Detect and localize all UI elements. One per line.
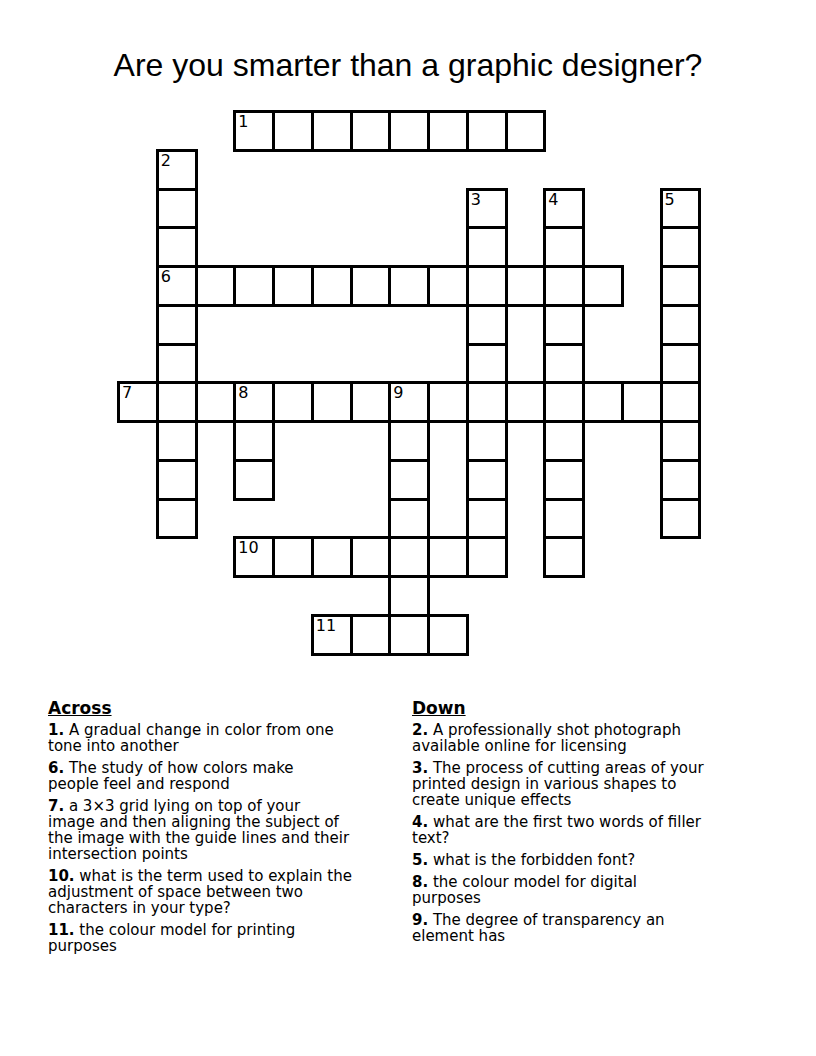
clue-across-10: 10. what is the term used to explain the… xyxy=(48,868,408,916)
cell-number: 1 xyxy=(238,113,248,130)
cell-number: 4 xyxy=(548,191,558,208)
clue-down-2: 2. A professionally shot photograph avai… xyxy=(412,722,770,754)
cell-r11c9[interactable] xyxy=(466,536,508,578)
cell-r4c9[interactable] xyxy=(466,265,508,307)
cell-r0c10[interactable] xyxy=(505,110,547,152)
cell-number: 11 xyxy=(316,617,336,634)
cell-r8c3[interactable] xyxy=(233,420,275,462)
clue-text: what are the first two words of filler t… xyxy=(412,813,701,847)
cell-r13c7[interactable] xyxy=(388,614,430,656)
down-heading: Down xyxy=(412,698,770,718)
cell-r9c1[interactable] xyxy=(156,459,198,501)
cell-r11c11[interactable] xyxy=(543,536,585,578)
clue-down-3: 3. The process of cutting areas of your … xyxy=(412,760,770,808)
cell-r9c3[interactable] xyxy=(233,459,275,501)
cell-r7c3[interactable]: 8 xyxy=(233,381,275,423)
down-clues: Down 2. A professionally shot photograph… xyxy=(412,698,770,950)
cell-r5c11[interactable] xyxy=(543,304,585,346)
clue-down-9: 9. The degree of transparency an element… xyxy=(412,912,770,944)
cell-r9c7[interactable] xyxy=(388,459,430,501)
cell-r4c4[interactable] xyxy=(272,265,314,307)
cell-r6c11[interactable] xyxy=(543,343,585,385)
cell-r11c7[interactable] xyxy=(388,536,430,578)
cell-r4c12[interactable] xyxy=(582,265,624,307)
cell-r10c1[interactable] xyxy=(156,498,198,540)
cell-r2c1[interactable] xyxy=(156,188,198,230)
clue-text: The degree of transparency an element ha… xyxy=(412,911,665,945)
cell-r0c8[interactable] xyxy=(427,110,469,152)
cell-r13c6[interactable] xyxy=(350,614,392,656)
clue-down-8: 8. the colour model for digital purposes xyxy=(412,874,770,906)
clue-across-1: 1. A gradual change in color from one to… xyxy=(48,722,408,754)
cell-r1c1[interactable]: 2 xyxy=(156,149,198,191)
cell-r11c8[interactable] xyxy=(427,536,469,578)
cell-r7c0[interactable]: 7 xyxy=(117,381,159,423)
cell-r7c5[interactable] xyxy=(311,381,353,423)
cell-r3c14[interactable] xyxy=(660,226,702,268)
cell-r0c6[interactable] xyxy=(350,110,392,152)
clue-across-11: 11. the colour model for printing purpos… xyxy=(48,922,408,954)
clue-down-5: 5. what is the forbidden font? xyxy=(412,852,770,868)
cell-r9c14[interactable] xyxy=(660,459,702,501)
cell-r10c11[interactable] xyxy=(543,498,585,540)
worksheet-page: { "title": "Are you smarter than a graph… xyxy=(0,0,816,1056)
cell-r7c6[interactable] xyxy=(350,381,392,423)
cell-r0c9[interactable] xyxy=(466,110,508,152)
cell-r7c4[interactable] xyxy=(272,381,314,423)
cell-r2c9[interactable]: 3 xyxy=(466,188,508,230)
cell-r2c11[interactable]: 4 xyxy=(543,188,585,230)
cell-r5c1[interactable] xyxy=(156,304,198,346)
cell-r5c9[interactable] xyxy=(466,304,508,346)
cell-r7c7[interactable]: 9 xyxy=(388,381,430,423)
cell-r13c5[interactable]: 11 xyxy=(311,614,353,656)
clue-across-6: 6. The study of how colors make people f… xyxy=(48,760,408,792)
cell-number: 7 xyxy=(122,384,132,401)
cell-number: 10 xyxy=(238,539,258,556)
across-clues-list: 1. A gradual change in color from one to… xyxy=(48,722,408,954)
clue-down-4: 4. what are the first two words of fille… xyxy=(412,814,770,846)
cell-r4c2[interactable] xyxy=(195,265,237,307)
clue-text: the colour model for printing purposes xyxy=(48,921,295,955)
cell-r4c7[interactable] xyxy=(388,265,430,307)
clue-text: A professionally shot photograph availab… xyxy=(412,721,681,755)
clue-text: what is the forbidden font? xyxy=(428,851,635,869)
cell-r4c1[interactable]: 6 xyxy=(156,265,198,307)
cell-r4c11[interactable] xyxy=(543,265,585,307)
cell-r13c8[interactable] xyxy=(427,614,469,656)
cell-r8c1[interactable] xyxy=(156,420,198,462)
cell-r8c11[interactable] xyxy=(543,420,585,462)
cell-r7c2[interactable] xyxy=(195,381,237,423)
cell-r0c4[interactable] xyxy=(272,110,314,152)
cell-r0c7[interactable] xyxy=(388,110,430,152)
cell-r11c6[interactable] xyxy=(350,536,392,578)
cell-r10c7[interactable] xyxy=(388,498,430,540)
cell-r6c9[interactable] xyxy=(466,343,508,385)
crossword-grid: 1234567891011 xyxy=(117,110,702,656)
cell-number: 2 xyxy=(161,152,171,169)
cell-r4c6[interactable] xyxy=(350,265,392,307)
clue-number: 5. xyxy=(412,851,428,869)
cell-number: 9 xyxy=(393,384,403,401)
cell-r4c5[interactable] xyxy=(311,265,353,307)
cell-r4c10[interactable] xyxy=(505,265,547,307)
cell-r9c11[interactable] xyxy=(543,459,585,501)
cell-r11c5[interactable] xyxy=(311,536,353,578)
clue-text: what is the term used to explain the adj… xyxy=(48,867,352,917)
cell-r7c8[interactable] xyxy=(427,381,469,423)
cell-number: 3 xyxy=(471,191,481,208)
cell-number: 5 xyxy=(665,191,675,208)
cell-r4c14[interactable] xyxy=(660,265,702,307)
cell-r4c8[interactable] xyxy=(427,265,469,307)
cell-r4c3[interactable] xyxy=(233,265,275,307)
cell-r7c10[interactable] xyxy=(505,381,547,423)
clue-text: a 3×3 grid lying on top of your image an… xyxy=(48,797,349,863)
cell-r10c14[interactable] xyxy=(660,498,702,540)
cell-r6c1[interactable] xyxy=(156,343,198,385)
cell-r8c9[interactable] xyxy=(466,420,508,462)
clue-text: A gradual change in color from one tone … xyxy=(48,721,334,755)
cell-r12c7[interactable] xyxy=(388,575,430,617)
cell-r7c11[interactable] xyxy=(543,381,585,423)
clue-across-7: 7. a 3×3 grid lying on top of your image… xyxy=(48,798,408,862)
clue-text: The process of cutting areas of your pri… xyxy=(412,759,704,809)
cell-number: 6 xyxy=(161,268,171,285)
cell-r0c5[interactable] xyxy=(311,110,353,152)
clue-text: The study of how colors make people feel… xyxy=(48,759,294,793)
cell-r3c11[interactable] xyxy=(543,226,585,268)
cell-r11c3[interactable]: 10 xyxy=(233,536,275,578)
cell-number: 8 xyxy=(238,384,248,401)
down-clues-list: 2. A professionally shot photograph avai… xyxy=(412,722,770,944)
cell-r9c9[interactable] xyxy=(466,459,508,501)
cell-r8c7[interactable] xyxy=(388,420,430,462)
cell-r6c14[interactable] xyxy=(660,343,702,385)
cell-r7c13[interactable] xyxy=(621,381,663,423)
cell-r7c14[interactable] xyxy=(660,381,702,423)
across-heading: Across xyxy=(48,698,408,718)
cell-r3c9[interactable] xyxy=(466,226,508,268)
cell-r7c1[interactable] xyxy=(156,381,198,423)
cell-r7c12[interactable] xyxy=(582,381,624,423)
cell-r11c4[interactable] xyxy=(272,536,314,578)
clue-text: the colour model for digital purposes xyxy=(412,873,637,907)
cell-r7c9[interactable] xyxy=(466,381,508,423)
cell-r10c9[interactable] xyxy=(466,498,508,540)
cell-r3c1[interactable] xyxy=(156,226,198,268)
cell-r0c3[interactable]: 1 xyxy=(233,110,275,152)
cell-r8c14[interactable] xyxy=(660,420,702,462)
cell-r5c14[interactable] xyxy=(660,304,702,346)
puzzle-title: Are you smarter than a graphic designer? xyxy=(0,46,816,84)
cell-r2c14[interactable]: 5 xyxy=(660,188,702,230)
across-clues: Across 1. A gradual change in color from… xyxy=(48,698,408,960)
